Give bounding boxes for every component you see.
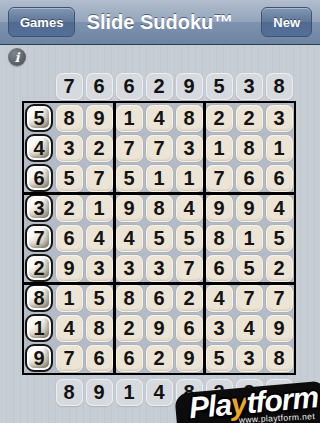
grid-cell-r4c7: 9 xyxy=(204,193,234,223)
number-tile[interactable]: 4 xyxy=(86,225,113,252)
number-tile[interactable]: 3 xyxy=(176,135,203,162)
grid-cell-r4c2: 2 xyxy=(54,193,84,223)
grid-cell-r9c4: 6 xyxy=(114,343,144,373)
sudoku-board: 5891482234327731816575117663219849947644… xyxy=(22,101,296,375)
grid-cell-r8c7: 3 xyxy=(204,313,234,343)
grid-cell-r4c6: 4 xyxy=(174,193,204,223)
top-queue-tile-5: 9 xyxy=(176,73,203,100)
number-tile[interactable]: 6 xyxy=(56,225,83,252)
grid-cell-r2c3: 2 xyxy=(84,133,114,163)
new-button[interactable]: New xyxy=(261,7,312,37)
grid-cell-r1c2: 8 xyxy=(54,103,84,133)
number-tile[interactable]: 5 xyxy=(116,165,143,192)
number-tile[interactable]: 1 xyxy=(86,195,113,222)
grid-cell-r8c3: 8 xyxy=(84,313,114,343)
number-tile[interactable]: 3 xyxy=(116,255,143,282)
number-tile[interactable]: 2 xyxy=(56,195,83,222)
number-tile[interactable]: 8 xyxy=(206,225,233,252)
number-tile[interactable]: 9 xyxy=(86,105,113,132)
grid-cell-r3c5: 1 xyxy=(144,163,174,193)
top-queue-tile-8: 8 xyxy=(266,73,293,100)
grid-cell-r8c1: 1 xyxy=(24,313,54,343)
number-tile[interactable]: 6 xyxy=(146,285,173,312)
navigation-bar: Games Slide Sudoku™ New xyxy=(0,0,320,45)
bottom-queue-tile-1: 8 xyxy=(56,379,83,406)
number-tile[interactable]: 5 xyxy=(236,255,263,282)
grid-cell-r2c2: 3 xyxy=(54,133,84,163)
top-preview-row: 76629538 xyxy=(54,71,294,101)
grid-cell-r3c2: 5 xyxy=(54,163,84,193)
number-tile[interactable]: 6 xyxy=(206,255,233,282)
locked-tile: 2 xyxy=(25,254,53,282)
number-tile[interactable]: 4 xyxy=(56,315,83,342)
grid-cell-r6c3: 3 xyxy=(84,253,114,283)
grid-cell-r9c3: 6 xyxy=(84,343,114,373)
grid-cell-r4c1: 3 xyxy=(24,193,54,223)
grid-cell-r2c8: 8 xyxy=(234,133,264,163)
grid-cell-r9c7: 5 xyxy=(204,343,234,373)
grid-cell-r1c9: 3 xyxy=(264,103,294,133)
number-tile[interactable]: 7 xyxy=(206,165,233,192)
grid-cell-r1c4: 1 xyxy=(114,103,144,133)
grid-cell-r2c1: 4 xyxy=(24,133,54,163)
grid-cell-r9c5: 2 xyxy=(144,343,174,373)
grid-cell-r4c8: 9 xyxy=(234,193,264,223)
grid-cell-r5c7: 8 xyxy=(204,223,234,253)
number-tile[interactable]: 6 xyxy=(176,315,203,342)
grid-cell-r2c9: 1 xyxy=(264,133,294,163)
number-tile[interactable]: 8 xyxy=(236,135,263,162)
number-tile[interactable]: 5 xyxy=(266,225,293,252)
grid-cell-r9c6: 9 xyxy=(174,343,204,373)
info-icon-glyph: i xyxy=(15,50,20,65)
number-tile[interactable]: 4 xyxy=(146,105,173,132)
top-queue-tile-7: 3 xyxy=(236,73,263,100)
top-queue-tile-4: 2 xyxy=(146,73,173,100)
grid-cell-r7c7: 4 xyxy=(204,283,234,313)
grid-cell-r8c6: 6 xyxy=(174,313,204,343)
number-tile[interactable]: 7 xyxy=(116,135,143,162)
top-queue-tile-6: 5 xyxy=(206,73,233,100)
watermark-logo-pre: Pla xyxy=(187,388,232,423)
box-separator-horizontal-2 xyxy=(24,282,294,285)
grid-cell-r8c9: 9 xyxy=(264,313,294,343)
grid-cell-r6c5: 3 xyxy=(144,253,174,283)
grid-cell-r9c9: 8 xyxy=(264,343,294,373)
grid-cell-r7c1: 8 xyxy=(24,283,54,313)
locked-tile: 3 xyxy=(25,194,53,222)
grid-cell-r1c1: 5 xyxy=(24,103,54,133)
number-tile[interactable]: 9 xyxy=(56,255,83,282)
number-tile[interactable]: 9 xyxy=(236,195,263,222)
grid-cell-r5c8: 1 xyxy=(234,223,264,253)
number-tile[interactable]: 6 xyxy=(266,165,293,192)
grid-cell-r2c4: 7 xyxy=(114,133,144,163)
top-queue-tile-1: 7 xyxy=(56,73,83,100)
number-tile[interactable]: 2 xyxy=(206,105,233,132)
number-tile[interactable]: 9 xyxy=(266,315,293,342)
number-tile[interactable]: 2 xyxy=(266,255,293,282)
grid-cell-r3c9: 6 xyxy=(264,163,294,193)
number-tile[interactable]: 6 xyxy=(86,345,113,372)
grid-cell-r7c4: 8 xyxy=(114,283,144,313)
number-tile[interactable]: 7 xyxy=(236,285,263,312)
number-tile[interactable]: 5 xyxy=(56,165,83,192)
locked-tile: 1 xyxy=(25,314,53,342)
number-tile[interactable]: 4 xyxy=(266,195,293,222)
number-tile[interactable]: 3 xyxy=(56,135,83,162)
grid-cell-r9c8: 3 xyxy=(234,343,264,373)
number-tile[interactable]: 7 xyxy=(266,285,293,312)
grid-cell-r1c7: 2 xyxy=(204,103,234,133)
grid-cell-r5c5: 5 xyxy=(144,223,174,253)
games-button[interactable]: Games xyxy=(8,7,75,37)
grid-cell-r4c5: 8 xyxy=(144,193,174,223)
bottom-queue-tile-3: 1 xyxy=(116,379,143,406)
bottom-queue-tile-2: 9 xyxy=(86,379,113,406)
number-tile[interactable]: 3 xyxy=(206,315,233,342)
grid-cell-r5c2: 6 xyxy=(54,223,84,253)
number-tile[interactable]: 5 xyxy=(86,285,113,312)
number-tile[interactable]: 8 xyxy=(86,315,113,342)
number-tile[interactable]: 6 xyxy=(236,165,263,192)
number-tile[interactable]: 1 xyxy=(116,105,143,132)
grid-cell-r8c4: 2 xyxy=(114,313,144,343)
box-separator-horizontal-1 xyxy=(24,192,294,195)
grid-cell-r3c7: 7 xyxy=(204,163,234,193)
grid-cell-r8c8: 4 xyxy=(234,313,264,343)
grid-cell-r2c5: 7 xyxy=(144,133,174,163)
grid-cell-r3c1: 6 xyxy=(24,163,54,193)
grid-cell-r4c4: 9 xyxy=(114,193,144,223)
number-tile[interactable]: 8 xyxy=(266,345,293,372)
number-tile[interactable]: 7 xyxy=(56,345,83,372)
number-tile[interactable]: 7 xyxy=(176,255,203,282)
box-separator-vertical-2 xyxy=(203,103,206,373)
locked-tile: 8 xyxy=(25,284,53,312)
grid-cell-r5c9: 5 xyxy=(264,223,294,253)
grid-cell-r8c2: 4 xyxy=(54,313,84,343)
grid-cell-r6c6: 7 xyxy=(174,253,204,283)
grid-cell-r1c6: 8 xyxy=(174,103,204,133)
grid-cell-r7c6: 2 xyxy=(174,283,204,313)
number-tile[interactable]: 5 xyxy=(206,345,233,372)
grid-cell-r3c6: 1 xyxy=(174,163,204,193)
grid-cell-r5c1: 7 xyxy=(24,223,54,253)
number-tile[interactable]: 2 xyxy=(86,135,113,162)
locked-tile: 4 xyxy=(25,134,53,162)
number-tile[interactable]: 3 xyxy=(86,255,113,282)
number-tile[interactable]: 3 xyxy=(266,105,293,132)
number-tile[interactable]: 2 xyxy=(236,105,263,132)
watermark: Playtform www.playtform.net xyxy=(155,375,320,423)
number-tile[interactable]: 4 xyxy=(116,225,143,252)
number-tile[interactable]: 2 xyxy=(176,285,203,312)
grid-cell-r6c9: 2 xyxy=(264,253,294,283)
info-icon[interactable]: i xyxy=(8,48,26,66)
grid-cell-r4c9: 4 xyxy=(264,193,294,223)
number-tile[interactable]: 4 xyxy=(176,195,203,222)
number-tile[interactable]: 4 xyxy=(206,285,233,312)
number-tile[interactable]: 1 xyxy=(146,165,173,192)
number-tile[interactable]: 6 xyxy=(116,345,143,372)
grid-cell-r5c3: 4 xyxy=(84,223,114,253)
locked-tile: 9 xyxy=(25,344,53,372)
grid-cell-r9c1: 9 xyxy=(24,343,54,373)
number-tile[interactable]: 2 xyxy=(116,315,143,342)
grid-cell-r9c2: 7 xyxy=(54,343,84,373)
box-separator-vertical-1 xyxy=(113,103,116,373)
grid-cell-r3c3: 7 xyxy=(84,163,114,193)
grid-cell-r3c4: 5 xyxy=(114,163,144,193)
number-tile[interactable]: 5 xyxy=(176,225,203,252)
locked-tile: 7 xyxy=(25,224,53,252)
grid-cell-r8c5: 9 xyxy=(144,313,174,343)
number-tile[interactable]: 8 xyxy=(176,105,203,132)
number-tile[interactable]: 8 xyxy=(146,195,173,222)
grid-cell-r7c2: 1 xyxy=(54,283,84,313)
number-tile[interactable]: 9 xyxy=(176,345,203,372)
grid-cell-r3c8: 6 xyxy=(234,163,264,193)
number-tile[interactable]: 9 xyxy=(116,195,143,222)
grid-cell-r1c5: 4 xyxy=(144,103,174,133)
grid-cell-r6c4: 3 xyxy=(114,253,144,283)
number-tile[interactable]: 3 xyxy=(236,345,263,372)
number-tile[interactable]: 4 xyxy=(236,315,263,342)
number-tile[interactable]: 1 xyxy=(176,165,203,192)
number-tile[interactable]: 7 xyxy=(86,165,113,192)
grid-cell-r6c7: 6 xyxy=(204,253,234,283)
number-tile[interactable]: 1 xyxy=(266,135,293,162)
grid-cell-r6c1: 2 xyxy=(24,253,54,283)
grid-cell-r7c3: 5 xyxy=(84,283,114,313)
number-tile[interactable]: 1 xyxy=(236,225,263,252)
number-tile[interactable]: 8 xyxy=(116,285,143,312)
grid-cell-r2c6: 3 xyxy=(174,133,204,163)
grid-cell-r1c8: 2 xyxy=(234,103,264,133)
number-tile[interactable]: 5 xyxy=(146,225,173,252)
number-tile[interactable]: 3 xyxy=(146,255,173,282)
grid-cell-r2c7: 1 xyxy=(204,133,234,163)
top-queue-tile-3: 6 xyxy=(116,73,143,100)
locked-tile: 5 xyxy=(25,104,53,132)
grid-cell-r7c8: 7 xyxy=(234,283,264,313)
number-tile[interactable]: 9 xyxy=(206,195,233,222)
number-tile[interactable]: 8 xyxy=(56,105,83,132)
number-tile[interactable]: 1 xyxy=(56,285,83,312)
number-tile[interactable]: 9 xyxy=(146,315,173,342)
grid-cell-r1c3: 9 xyxy=(84,103,114,133)
locked-tile: 6 xyxy=(25,164,53,192)
number-tile[interactable]: 7 xyxy=(146,135,173,162)
grid-cell-r7c5: 6 xyxy=(144,283,174,313)
grid-cell-r4c3: 1 xyxy=(84,193,114,223)
number-tile[interactable]: 2 xyxy=(146,345,173,372)
grid-cell-r6c2: 9 xyxy=(54,253,84,283)
app-screen: Games Slide Sudoku™ New i 76629538 58914… xyxy=(0,0,320,423)
grid-cell-r5c4: 4 xyxy=(114,223,144,253)
number-tile[interactable]: 1 xyxy=(206,135,233,162)
grid-cell-r7c9: 7 xyxy=(264,283,294,313)
top-queue-tile-2: 6 xyxy=(86,73,113,100)
grid-cell-r5c6: 5 xyxy=(174,223,204,253)
grid-cell-r6c8: 5 xyxy=(234,253,264,283)
